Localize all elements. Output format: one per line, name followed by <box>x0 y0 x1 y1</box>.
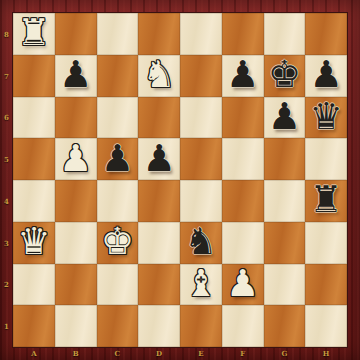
square-e4[interactable] <box>180 180 222 222</box>
square-c7[interactable] <box>97 55 139 97</box>
piece-white-pawn[interactable]: ♟ <box>226 265 259 302</box>
square-b5[interactable]: ♟ <box>55 138 97 180</box>
rank-label-3: 3 <box>0 238 13 247</box>
square-f6[interactable] <box>222 97 264 139</box>
file-label-c: C <box>110 349 124 358</box>
square-d5[interactable]: ♟ <box>138 138 180 180</box>
square-a3[interactable]: ♛ <box>13 222 55 264</box>
piece-white-bishop[interactable]: ♝ <box>184 265 217 302</box>
square-g3[interactable] <box>264 222 306 264</box>
square-h8[interactable] <box>305 13 347 55</box>
rank-label-6: 6 <box>0 113 13 122</box>
square-d7[interactable]: ♞ <box>138 55 180 97</box>
file-label-b: B <box>69 349 83 358</box>
file-label-g: G <box>277 349 291 358</box>
square-d6[interactable] <box>138 97 180 139</box>
square-g4[interactable] <box>264 180 306 222</box>
piece-black-pawn[interactable]: ♟ <box>226 56 259 93</box>
file-label-d: D <box>152 349 166 358</box>
piece-white-pawn[interactable]: ♟ <box>59 140 92 177</box>
chessboard-frame: ♜♟♞♟♚♟♟♛♟♟♟♜♛♚♞♝♟ 87654321ABCDEFGH <box>0 0 360 360</box>
square-g7[interactable]: ♚ <box>264 55 306 97</box>
square-h7[interactable]: ♟ <box>305 55 347 97</box>
square-c8[interactable] <box>97 13 139 55</box>
square-h2[interactable] <box>305 264 347 306</box>
square-c6[interactable] <box>97 97 139 139</box>
rank-label-5: 5 <box>0 155 13 164</box>
square-h4[interactable]: ♜ <box>305 180 347 222</box>
rank-label-2: 2 <box>0 280 13 289</box>
square-d1[interactable] <box>138 305 180 347</box>
square-b7[interactable]: ♟ <box>55 55 97 97</box>
square-c4[interactable] <box>97 180 139 222</box>
piece-black-pawn[interactable]: ♟ <box>143 140 176 177</box>
file-label-h: H <box>319 349 333 358</box>
square-c5[interactable]: ♟ <box>97 138 139 180</box>
square-b1[interactable] <box>55 305 97 347</box>
square-f2[interactable]: ♟ <box>222 264 264 306</box>
square-f1[interactable] <box>222 305 264 347</box>
rank-label-4: 4 <box>0 196 13 205</box>
square-b8[interactable] <box>55 13 97 55</box>
square-f4[interactable] <box>222 180 264 222</box>
square-e2[interactable]: ♝ <box>180 264 222 306</box>
piece-black-queen[interactable]: ♛ <box>310 98 343 135</box>
square-d4[interactable] <box>138 180 180 222</box>
square-d8[interactable] <box>138 13 180 55</box>
square-a7[interactable] <box>13 55 55 97</box>
square-g8[interactable] <box>264 13 306 55</box>
piece-black-pawn[interactable]: ♟ <box>310 56 343 93</box>
square-c1[interactable] <box>97 305 139 347</box>
square-f7[interactable]: ♟ <box>222 55 264 97</box>
square-g5[interactable] <box>264 138 306 180</box>
square-g2[interactable] <box>264 264 306 306</box>
rank-label-7: 7 <box>0 71 13 80</box>
square-g6[interactable]: ♟ <box>264 97 306 139</box>
piece-black-knight[interactable]: ♞ <box>184 223 217 260</box>
square-h1[interactable] <box>305 305 347 347</box>
square-a1[interactable] <box>13 305 55 347</box>
square-f3[interactable] <box>222 222 264 264</box>
file-label-f: F <box>236 349 250 358</box>
file-label-e: E <box>194 349 208 358</box>
square-a8[interactable]: ♜ <box>13 13 55 55</box>
square-e3[interactable]: ♞ <box>180 222 222 264</box>
square-e1[interactable] <box>180 305 222 347</box>
piece-black-pawn[interactable]: ♟ <box>59 56 92 93</box>
piece-black-king[interactable]: ♚ <box>268 56 301 93</box>
square-b3[interactable] <box>55 222 97 264</box>
piece-white-knight[interactable]: ♞ <box>143 56 176 93</box>
square-b4[interactable] <box>55 180 97 222</box>
piece-white-queen[interactable]: ♛ <box>17 223 50 260</box>
square-f8[interactable] <box>222 13 264 55</box>
rank-label-1: 1 <box>0 322 13 331</box>
piece-white-rook[interactable]: ♜ <box>17 14 50 51</box>
square-e8[interactable] <box>180 13 222 55</box>
square-f5[interactable] <box>222 138 264 180</box>
square-h5[interactable] <box>305 138 347 180</box>
square-a2[interactable] <box>13 264 55 306</box>
square-h3[interactable] <box>305 222 347 264</box>
piece-white-king[interactable]: ♚ <box>101 223 134 260</box>
board: ♜♟♞♟♚♟♟♛♟♟♟♜♛♚♞♝♟ <box>13 13 347 347</box>
square-e6[interactable] <box>180 97 222 139</box>
rank-label-8: 8 <box>0 29 13 38</box>
file-label-a: A <box>27 349 41 358</box>
square-b6[interactable] <box>55 97 97 139</box>
piece-black-rook[interactable]: ♜ <box>310 181 343 218</box>
square-d2[interactable] <box>138 264 180 306</box>
square-c3[interactable]: ♚ <box>97 222 139 264</box>
square-b2[interactable] <box>55 264 97 306</box>
square-a6[interactable] <box>13 97 55 139</box>
square-a4[interactable] <box>13 180 55 222</box>
square-e5[interactable] <box>180 138 222 180</box>
square-d3[interactable] <box>138 222 180 264</box>
square-h6[interactable]: ♛ <box>305 97 347 139</box>
piece-black-pawn[interactable]: ♟ <box>101 140 134 177</box>
piece-black-pawn[interactable]: ♟ <box>268 98 301 135</box>
square-e7[interactable] <box>180 55 222 97</box>
square-c2[interactable] <box>97 264 139 306</box>
square-a5[interactable] <box>13 138 55 180</box>
square-g1[interactable] <box>264 305 306 347</box>
